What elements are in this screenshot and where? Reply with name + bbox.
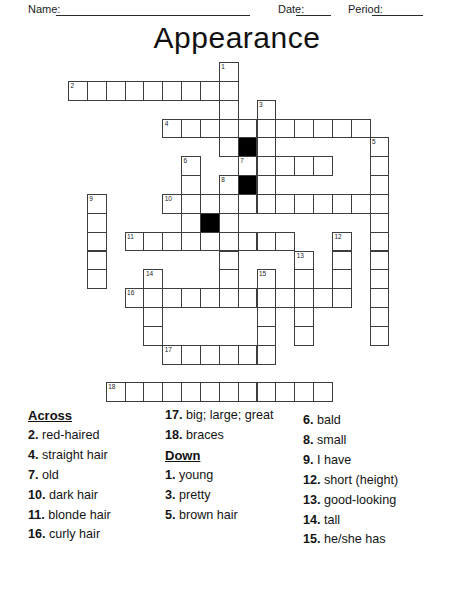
- grid-cell[interactable]: [370, 232, 390, 252]
- grid-cell[interactable]: 7: [238, 156, 258, 176]
- grid-cell[interactable]: [332, 119, 352, 139]
- grid-cell[interactable]: 13: [294, 251, 314, 271]
- grid-cell[interactable]: [313, 288, 333, 308]
- grid-cell[interactable]: [370, 307, 390, 327]
- clue-down-3: 3. pretty: [165, 486, 277, 506]
- grid-cell[interactable]: 15: [257, 269, 277, 289]
- grid-cell[interactable]: 8: [219, 175, 239, 195]
- grid-cell[interactable]: [162, 81, 182, 101]
- grid-cell[interactable]: [257, 175, 277, 195]
- grid-cell[interactable]: [219, 232, 239, 252]
- grid-cell[interactable]: 17: [162, 345, 182, 365]
- grid-cell[interactable]: [238, 194, 258, 214]
- clue-number: 6.: [303, 413, 314, 427]
- grid-cell[interactable]: [200, 288, 220, 308]
- clue-down-15: 15. he/she has: [303, 530, 471, 550]
- clue-column-3: 6. bald8. small9. I have12. short (heigh…: [303, 411, 471, 550]
- grid-cell[interactable]: [181, 119, 201, 139]
- grid-cell[interactable]: [200, 345, 220, 365]
- clue-down-5: 5. brown hair: [165, 506, 277, 526]
- grid-cell[interactable]: [238, 288, 258, 308]
- clue-across-18: 18. braces: [165, 426, 277, 446]
- clue-list-header: Across: [28, 406, 160, 426]
- grid-cell[interactable]: [370, 326, 390, 346]
- grid-cell[interactable]: [181, 232, 201, 252]
- cell-number: 12: [334, 233, 341, 241]
- grid-cell[interactable]: [257, 194, 277, 214]
- clue-number: 8.: [303, 433, 314, 447]
- grid-cell[interactable]: 12: [332, 232, 352, 252]
- clue-number: 5.: [165, 508, 176, 522]
- grid-cell[interactable]: [313, 156, 333, 176]
- clue-column-1: Across2. red-haired4. straight hair7. ol…: [28, 406, 160, 545]
- grid-cell[interactable]: [257, 232, 277, 252]
- grid-cell[interactable]: 16: [125, 288, 145, 308]
- grid-cell[interactable]: [370, 175, 390, 195]
- grid-cell[interactable]: [275, 382, 295, 402]
- grid-cell[interactable]: 11: [125, 232, 145, 252]
- cell-number: 5: [372, 138, 376, 146]
- clue-across-16: 16. curly hair: [28, 525, 160, 545]
- grid-cell[interactable]: [275, 232, 295, 252]
- grid-cell[interactable]: [294, 156, 314, 176]
- grid-cell[interactable]: 6: [181, 156, 201, 176]
- cell-number: 11: [127, 233, 134, 241]
- clue-number: 18.: [165, 428, 183, 442]
- grid-cell[interactable]: 18: [106, 382, 126, 402]
- clue-number: 4.: [28, 448, 39, 462]
- clue-number: 13.: [303, 493, 321, 507]
- cell-number: 7: [240, 157, 244, 165]
- black-cell: [200, 213, 220, 233]
- grid-cell[interactable]: [106, 81, 126, 101]
- crossword-grid: 123456789101112131415161718: [68, 62, 389, 402]
- grid-cell[interactable]: [332, 288, 352, 308]
- grid-cell[interactable]: 5: [370, 137, 390, 157]
- grid-cell[interactable]: [219, 288, 239, 308]
- grid-cell[interactable]: 2: [68, 81, 88, 101]
- cell-number: 8: [221, 176, 225, 184]
- clue-number: 12.: [303, 473, 321, 487]
- clue-number: 16.: [28, 527, 46, 541]
- grid-cell[interactable]: 9: [87, 194, 107, 214]
- cell-number: 4: [165, 120, 169, 128]
- date-blank-line: [296, 4, 331, 16]
- grid-cell[interactable]: [257, 345, 277, 365]
- grid-cell[interactable]: [219, 81, 239, 101]
- clue-down-8: 8. small: [303, 431, 471, 451]
- grid-cell[interactable]: 1: [219, 62, 239, 82]
- clue-across-17: 17. big; large; great: [165, 406, 277, 426]
- grid-cell[interactable]: [257, 137, 277, 157]
- grid-cell[interactable]: [332, 269, 352, 289]
- grid-cell[interactable]: [294, 119, 314, 139]
- cell-number: 1: [221, 63, 225, 71]
- clue-down-14: 14. tall: [303, 511, 471, 531]
- grid-cell[interactable]: [370, 194, 390, 214]
- cell-number: 18: [108, 383, 115, 391]
- cell-number: 16: [127, 289, 134, 297]
- grid-cell[interactable]: [200, 119, 220, 139]
- grid-cell[interactable]: [257, 288, 277, 308]
- grid-cell[interactable]: [294, 307, 314, 327]
- grid-cell[interactable]: [257, 119, 277, 139]
- grid-cell[interactable]: [143, 288, 163, 308]
- clue-across-7: 7. old: [28, 466, 160, 486]
- grid-cell[interactable]: [238, 119, 258, 139]
- grid-cell[interactable]: [313, 119, 333, 139]
- grid-cell[interactable]: [181, 81, 201, 101]
- period-blank-line: [372, 4, 423, 16]
- grid-cell[interactable]: 14: [143, 269, 163, 289]
- grid-cell[interactable]: [143, 307, 163, 327]
- grid-cell[interactable]: [370, 269, 390, 289]
- grid-cell[interactable]: [200, 382, 220, 402]
- cell-number: 17: [165, 346, 172, 354]
- grid-cell[interactable]: [294, 326, 314, 346]
- grid-cell[interactable]: [181, 194, 201, 214]
- grid-cell[interactable]: 3: [257, 100, 277, 120]
- grid-cell[interactable]: 10: [162, 194, 182, 214]
- grid-cell[interactable]: [370, 213, 390, 233]
- grid-cell[interactable]: [125, 81, 145, 101]
- grid-cell[interactable]: [275, 156, 295, 176]
- grid-cell[interactable]: [143, 81, 163, 101]
- grid-cell[interactable]: [87, 213, 107, 233]
- grid-cell[interactable]: [238, 345, 258, 365]
- grid-cell[interactable]: [257, 156, 277, 176]
- grid-cell[interactable]: [200, 194, 220, 214]
- name-blank-line: [56, 4, 250, 16]
- clue-number: 2.: [28, 428, 39, 442]
- clue-number: 10.: [28, 488, 46, 502]
- grid-cell[interactable]: [162, 288, 182, 308]
- grid-cell[interactable]: [238, 382, 258, 402]
- clue-number: 14.: [303, 513, 321, 527]
- cell-number: 3: [259, 101, 263, 109]
- grid-cell[interactable]: [294, 288, 314, 308]
- grid-cell[interactable]: [219, 119, 239, 139]
- clue-column-2: 17. big; large; great18. bracesDown1. yo…: [165, 406, 277, 525]
- clue-number: 15.: [303, 532, 321, 546]
- cell-number: 6: [184, 157, 188, 165]
- black-cell: [238, 137, 258, 157]
- grid-cell[interactable]: [162, 232, 182, 252]
- clue-down-6: 6. bald: [303, 411, 471, 431]
- clue-down-1: 1. young: [165, 466, 277, 486]
- clue-down-12: 12. short (height): [303, 471, 471, 491]
- grid-cell[interactable]: [219, 269, 239, 289]
- grid-cell[interactable]: [87, 81, 107, 101]
- grid-cell[interactable]: [219, 194, 239, 214]
- grid-cell[interactable]: [219, 382, 239, 402]
- cell-number: 14: [146, 270, 153, 278]
- grid-cell[interactable]: [313, 382, 333, 402]
- cell-number: 2: [71, 82, 75, 90]
- grid-cell[interactable]: [200, 232, 220, 252]
- cell-number: 15: [259, 270, 266, 278]
- grid-cell[interactable]: [332, 251, 352, 271]
- black-cell: [238, 175, 258, 195]
- clue-number: 7.: [28, 468, 39, 482]
- grid-cell[interactable]: [294, 269, 314, 289]
- grid-cell[interactable]: [200, 81, 220, 101]
- clue-number: 17.: [165, 408, 183, 422]
- clue-number: 9.: [303, 453, 314, 467]
- clue-number: 1.: [165, 468, 176, 482]
- grid-cell[interactable]: [238, 232, 258, 252]
- grid-cell[interactable]: [275, 288, 295, 308]
- grid-cell[interactable]: [294, 194, 314, 214]
- grid-cell[interactable]: [351, 194, 371, 214]
- grid-cell[interactable]: [181, 175, 201, 195]
- grid-cell[interactable]: [351, 119, 371, 139]
- grid-cell[interactable]: [370, 251, 390, 271]
- grid-cell[interactable]: [219, 345, 239, 365]
- grid-cell[interactable]: [275, 119, 295, 139]
- grid-cell[interactable]: [162, 382, 182, 402]
- grid-cell[interactable]: [181, 213, 201, 233]
- clue-across-2: 2. red-haired: [28, 426, 160, 446]
- clue-number: 11.: [28, 508, 45, 522]
- grid-cell[interactable]: [313, 194, 333, 214]
- grid-cell[interactable]: [125, 382, 145, 402]
- grid-cell[interactable]: [143, 232, 163, 252]
- grid-cell[interactable]: [219, 100, 239, 120]
- grid-cell[interactable]: [257, 307, 277, 327]
- grid-cell[interactable]: [219, 251, 239, 271]
- grid-cell[interactable]: [275, 194, 295, 214]
- clue-down-13: 13. good-looking: [303, 491, 471, 511]
- clue-across-4: 4. straight hair: [28, 446, 160, 466]
- grid-cell[interactable]: [181, 382, 201, 402]
- grid-cell[interactable]: [370, 156, 390, 176]
- grid-cell[interactable]: [257, 382, 277, 402]
- grid-cell[interactable]: [181, 345, 201, 365]
- grid-cell[interactable]: 4: [162, 119, 182, 139]
- crossword-worksheet: { "game": "crossword", "title": "Appeara…: [0, 0, 474, 613]
- grid-cell[interactable]: [87, 269, 107, 289]
- grid-cell[interactable]: [257, 326, 277, 346]
- clue-across-10: 10. dark hair: [28, 486, 160, 506]
- grid-cell[interactable]: [87, 251, 107, 271]
- grid-cell[interactable]: [87, 232, 107, 252]
- grid-cell[interactable]: [332, 194, 352, 214]
- grid-cell[interactable]: [370, 288, 390, 308]
- grid-cell[interactable]: [143, 326, 163, 346]
- page-title: Appearance: [0, 21, 474, 55]
- clue-down-9: 9. I have: [303, 451, 471, 471]
- grid-cell[interactable]: [181, 288, 201, 308]
- clue-number: 3.: [165, 488, 176, 502]
- cell-number: 10: [165, 195, 172, 203]
- grid-cell[interactable]: [294, 382, 314, 402]
- cell-number: 9: [89, 195, 93, 203]
- cell-number: 13: [297, 252, 304, 260]
- grid-cell[interactable]: [219, 213, 239, 233]
- clue-list-header: Down: [165, 446, 277, 466]
- clue-across-11: 11. blonde hair: [28, 506, 160, 526]
- grid-cell[interactable]: [219, 137, 239, 157]
- grid-cell[interactable]: [143, 382, 163, 402]
